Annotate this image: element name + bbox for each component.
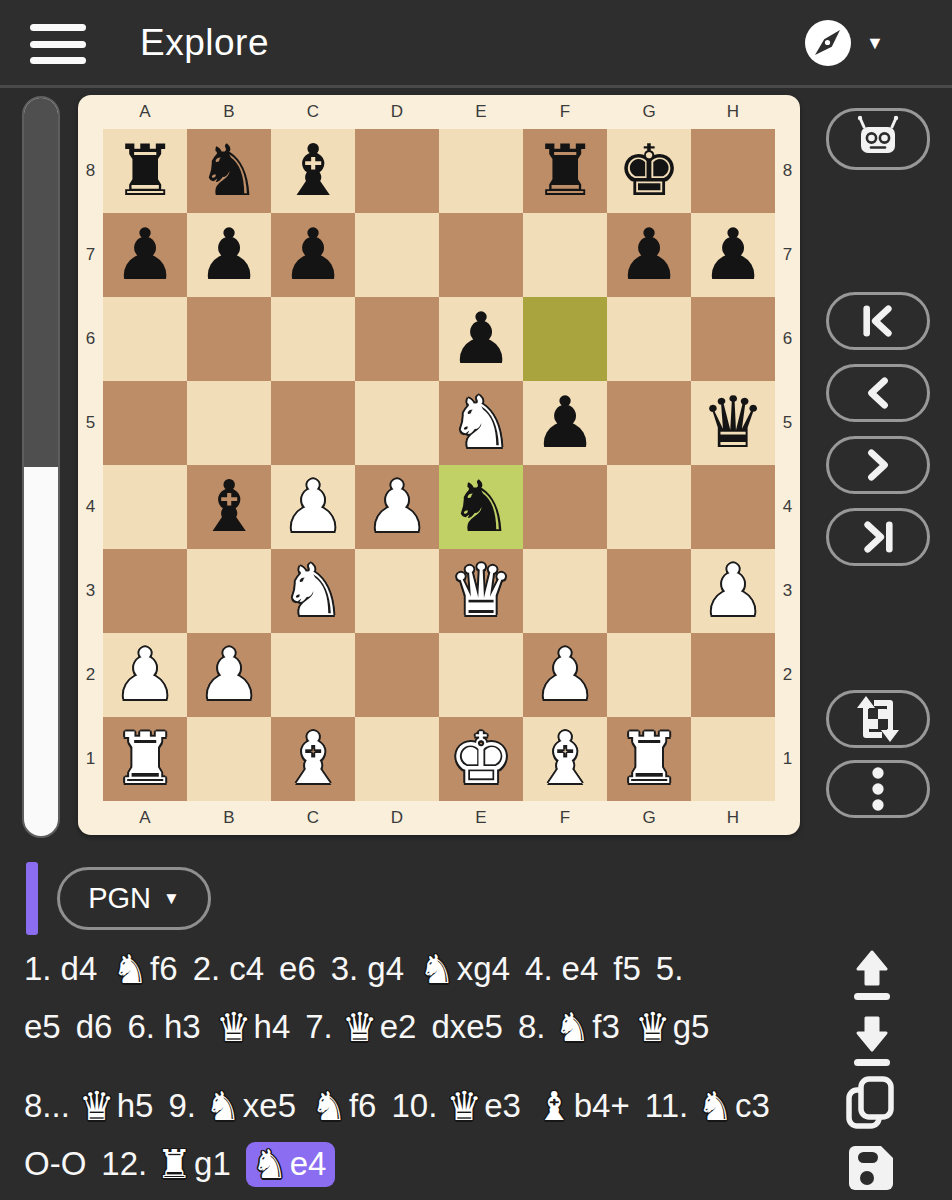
piece-white-pawn: ♟ (533, 633, 597, 717)
file-label-a: A (103, 95, 187, 129)
piece-figurine: ♞ (419, 946, 455, 992)
move-number: 8. (518, 1008, 546, 1045)
piece-white-pawn: ♟ (197, 633, 261, 717)
pgn-label: PGN (88, 882, 151, 915)
piece-black-rook: ♜ (113, 129, 177, 213)
square-h1[interactable] (691, 717, 775, 801)
rank-label-2: 2 (775, 633, 800, 717)
file-label-e: E (439, 801, 523, 835)
move-token[interactable]: e4 (562, 950, 599, 987)
pgn-dropdown-button[interactable]: PGN ▼ (57, 867, 211, 930)
square-f7[interactable] (523, 213, 607, 297)
flip-board-button[interactable] (826, 690, 930, 748)
square-h7[interactable]: ♟ (691, 213, 775, 297)
piece-black-pawn: ♟ (533, 381, 597, 465)
square-a7[interactable]: ♟ (103, 213, 187, 297)
square-e5[interactable]: ♞ (439, 381, 523, 465)
square-c8[interactable]: ♝ (271, 129, 355, 213)
square-f8[interactable]: ♜ (523, 129, 607, 213)
square-f1[interactable]: ♝ (523, 717, 607, 801)
piece-figurine: ♞ (697, 1083, 733, 1129)
square-d4[interactable]: ♟ (355, 465, 439, 549)
file-label-b: B (187, 801, 271, 835)
piece-white-knight: ♞ (449, 381, 513, 465)
file-label-b: B (187, 95, 271, 129)
piece-white-queen: ♛ (449, 549, 513, 633)
move-token[interactable]: d4 (61, 950, 98, 987)
move-number: 6. (127, 1008, 155, 1045)
rank-label-6: 6 (775, 297, 800, 381)
move-token[interactable]: ♝b4+ (536, 1087, 630, 1124)
rank-label-1: 1 (775, 717, 800, 801)
engine-bot-button[interactable] (826, 108, 930, 170)
square-b6[interactable] (187, 297, 271, 381)
move-token[interactable]: ♛e2 (342, 1008, 417, 1045)
hamburger-bar (30, 41, 86, 48)
file-label-h: H (691, 801, 775, 835)
skip-to-end-button[interactable] (826, 508, 930, 566)
rank-label-1: 1 (78, 717, 103, 801)
square-h6[interactable] (691, 297, 775, 381)
move-token[interactable]: ♞f6 (311, 1087, 376, 1124)
rank-label-3: 3 (775, 549, 800, 633)
square-c7[interactable]: ♟ (271, 213, 355, 297)
piece-white-pawn: ♟ (113, 633, 177, 717)
skip-to-start-button[interactable] (826, 292, 930, 350)
square-g8[interactable]: ♚ (607, 129, 691, 213)
move-token[interactable]: ♞f3 (554, 1008, 619, 1045)
chevron-right-icon (829, 436, 927, 494)
piece-figurine: ♛ (635, 1004, 671, 1050)
piece-black-pawn: ♟ (197, 213, 261, 297)
move-token[interactable]: d6 (76, 1008, 113, 1045)
pgn-line: 1.d4♞f62.c4e63.g4♞xg44.e4f55. (24, 940, 840, 998)
next-move-button[interactable] (826, 436, 930, 494)
square-a3[interactable] (103, 549, 187, 633)
piece-white-bishop: ♝ (533, 717, 597, 801)
piece-figurine: ♞ (252, 1141, 288, 1187)
accent-bar (26, 862, 38, 935)
square-d2[interactable] (355, 633, 439, 717)
square-b5[interactable] (187, 381, 271, 465)
move-token[interactable]: ♛e3 (446, 1087, 521, 1124)
flip-board-icon (852, 693, 904, 745)
piece-black-pawn: ♟ (113, 213, 177, 297)
menu-button[interactable] (30, 24, 86, 64)
save-icon[interactable] (845, 1142, 897, 1194)
file-label-g: G (607, 95, 691, 129)
move-token[interactable]: ♞xg4 (419, 950, 510, 987)
square-h8[interactable] (691, 129, 775, 213)
pgn-line: 8...♛h59.♞xe5♞f610.♛e3♝b4+11.♞c3 (24, 1077, 840, 1135)
square-b7[interactable]: ♟ (187, 213, 271, 297)
piece-black-queen: ♛ (701, 381, 765, 465)
square-e1[interactable]: ♚ (439, 717, 523, 801)
square-d8[interactable] (355, 129, 439, 213)
chess-board: ABCDEFGH8♜♞♝♜♚87♟♟♟♟♟76♟65♞♟♛54♝♟♟♞43♞♛♟… (78, 95, 800, 835)
move-number: 5. (656, 950, 684, 987)
square-a1[interactable]: ♜ (103, 717, 187, 801)
square-c3[interactable]: ♞ (271, 549, 355, 633)
square-f2[interactable]: ♟ (523, 633, 607, 717)
download-icon[interactable] (846, 1016, 898, 1070)
square-d1[interactable] (355, 717, 439, 801)
upload-icon[interactable] (846, 950, 898, 1004)
move-token[interactable]: c4 (229, 950, 264, 987)
file-label-h: H (691, 95, 775, 129)
square-a6[interactable] (103, 297, 187, 381)
move-number: 3. (331, 950, 359, 987)
move-token[interactable]: ♛g5 (635, 1008, 710, 1045)
move-number: 2. (193, 950, 221, 987)
rank-label-7: 7 (78, 213, 103, 297)
piece-black-rook: ♜ (533, 129, 597, 213)
rank-label-8: 8 (78, 129, 103, 213)
piece-black-knight: ♞ (449, 465, 513, 549)
piece-figurine: ♛ (342, 1004, 378, 1050)
move-token[interactable]: ♛h5 (79, 1087, 154, 1124)
file-label-c: C (271, 801, 355, 835)
current-move[interactable]: ♞e4 (246, 1142, 336, 1187)
move-token[interactable]: e6 (279, 950, 316, 987)
piece-white-pawn: ♟ (365, 465, 429, 549)
more-options-button[interactable] (826, 760, 930, 818)
square-e2[interactable] (439, 633, 523, 717)
piece-white-knight: ♞ (281, 549, 345, 633)
square-g2[interactable] (607, 633, 691, 717)
move-token[interactable]: ♞f6 (112, 950, 177, 987)
piece-black-bishop: ♝ (197, 465, 261, 549)
square-b1[interactable] (187, 717, 271, 801)
board-corner (78, 801, 103, 835)
move-token[interactable]: ♛h4 (216, 1008, 291, 1045)
board-corner (775, 95, 800, 129)
square-b4[interactable]: ♝ (187, 465, 271, 549)
piece-figurine: ♞ (205, 1083, 241, 1129)
file-label-f: F (523, 801, 607, 835)
move-token[interactable]: ♞c3 (697, 1087, 770, 1124)
piece-white-pawn: ♟ (701, 549, 765, 633)
piece-black-bishop: ♝ (281, 129, 345, 213)
square-h5[interactable]: ♛ (691, 381, 775, 465)
square-d5[interactable] (355, 381, 439, 465)
copy-icon[interactable] (843, 1074, 899, 1134)
eval-gauge (22, 96, 60, 838)
piece-white-rook: ♜ (113, 717, 177, 801)
square-c6[interactable] (271, 297, 355, 381)
piece-figurine: ♜ (156, 1141, 192, 1187)
piece-black-pawn: ♟ (701, 213, 765, 297)
chevron-down-icon: ▼ (163, 890, 180, 907)
rank-label-7: 7 (775, 213, 800, 297)
square-g3[interactable] (607, 549, 691, 633)
move-number: 1. (24, 950, 52, 987)
rank-label-2: 2 (78, 633, 103, 717)
skip-to-start-icon (829, 292, 927, 350)
file-label-g: G (607, 801, 691, 835)
board-corner (775, 801, 800, 835)
compass-icon (804, 19, 852, 67)
move-number: 10. (391, 1087, 437, 1124)
board-corner (78, 95, 103, 129)
square-b8[interactable]: ♞ (187, 129, 271, 213)
square-f6[interactable] (523, 297, 607, 381)
square-h4[interactable] (691, 465, 775, 549)
move-token[interactable]: ♞xe5 (205, 1087, 296, 1124)
square-d6[interactable] (355, 297, 439, 381)
rank-label-8: 8 (775, 129, 800, 213)
pgn-line: O-O12.♜g1♞e4 (24, 1135, 840, 1193)
piece-black-king: ♚ (617, 129, 681, 213)
square-c5[interactable] (271, 381, 355, 465)
piece-figurine: ♛ (79, 1083, 115, 1129)
rank-label-4: 4 (775, 465, 800, 549)
kebab-menu-icon (829, 760, 927, 818)
square-c2[interactable] (271, 633, 355, 717)
skip-to-end-icon (829, 508, 927, 566)
piece-figurine: ♛ (446, 1083, 482, 1129)
explore-screen: Explore ▼ ABCDEFGH8♜♞♝♜♚87♟♟♟♟♟76♟65♞♟♛5… (0, 0, 952, 1200)
pgn-paragraph-2: 8...♛h59.♞xe5♞f610.♛e3♝b4+11.♞c3O-O12.♜g… (24, 1077, 840, 1193)
move-number: 12. (101, 1145, 147, 1182)
square-d3[interactable] (355, 549, 439, 633)
move-number: 4. (525, 950, 553, 987)
move-token[interactable]: ♜g1 (156, 1145, 231, 1182)
move-list: 1.d4♞f62.c4e63.g4♞xg44.e4f55.e5d66.h3♛h4… (24, 940, 840, 1200)
square-b2[interactable]: ♟ (187, 633, 271, 717)
square-a2[interactable]: ♟ (103, 633, 187, 717)
piece-white-king: ♚ (449, 717, 513, 801)
piece-white-pawn: ♟ (281, 465, 345, 549)
piece-figurine: ♞ (311, 1083, 347, 1129)
square-e8[interactable] (439, 129, 523, 213)
move-token[interactable]: f5 (613, 950, 641, 987)
square-f3[interactable] (523, 549, 607, 633)
square-g7[interactable]: ♟ (607, 213, 691, 297)
pgn-line: e5d66.h3♛h47.♛e2dxe58.♞f3♛g5 (24, 998, 840, 1056)
move-number: 11. (645, 1087, 688, 1124)
piece-figurine: ♛ (216, 1004, 252, 1050)
piece-black-pawn: ♟ (617, 213, 681, 297)
square-a8[interactable]: ♜ (103, 129, 187, 213)
rank-label-6: 6 (78, 297, 103, 381)
move-number: 8... (24, 1087, 70, 1124)
square-f4[interactable] (523, 465, 607, 549)
file-label-e: E (439, 95, 523, 129)
previous-move-button[interactable] (826, 364, 930, 422)
piece-figurine: ♞ (112, 946, 148, 992)
file-label-f: F (523, 95, 607, 129)
square-c4[interactable]: ♟ (271, 465, 355, 549)
square-f5[interactable]: ♟ (523, 381, 607, 465)
pgn-paragraph-1: 1.d4♞f62.c4e63.g4♞xg44.e4f55.e5d66.h3♛h4… (24, 940, 840, 1056)
square-d7[interactable] (355, 213, 439, 297)
move-token[interactable]: e5 (24, 1008, 61, 1045)
chevron-down-icon: ▼ (866, 34, 884, 52)
square-e7[interactable] (439, 213, 523, 297)
chevron-left-icon (829, 364, 927, 422)
square-a4[interactable] (103, 465, 187, 549)
square-h3[interactable]: ♟ (691, 549, 775, 633)
board-grid: ABCDEFGH8♜♞♝♜♚87♟♟♟♟♟76♟65♞♟♛54♝♟♟♞43♞♛♟… (78, 95, 800, 835)
rank-label-5: 5 (78, 381, 103, 465)
move-token[interactable]: O-O (24, 1145, 86, 1182)
piece-white-rook: ♜ (617, 717, 681, 801)
square-c1[interactable]: ♝ (271, 717, 355, 801)
rank-label-3: 3 (78, 549, 103, 633)
move-number: 7. (305, 1008, 333, 1045)
piece-black-pawn: ♟ (281, 213, 345, 297)
square-g5[interactable] (607, 381, 691, 465)
page-title: Explore (140, 0, 269, 85)
move-number: 9. (168, 1087, 196, 1124)
file-label-d: D (355, 95, 439, 129)
square-h2[interactable] (691, 633, 775, 717)
piece-figurine: ♞ (554, 1004, 590, 1050)
piece-white-bishop: ♝ (281, 717, 345, 801)
hamburger-bar (30, 57, 86, 64)
account-menu-button[interactable]: ▼ (804, 0, 884, 85)
square-g1[interactable]: ♜ (607, 717, 691, 801)
eval-gauge-black (24, 98, 58, 467)
hamburger-bar (30, 24, 86, 31)
file-label-c: C (271, 95, 355, 129)
robot-icon (850, 115, 906, 163)
top-bar: Explore ▼ (0, 0, 952, 88)
square-g6[interactable] (607, 297, 691, 381)
file-label-a: A (103, 801, 187, 835)
move-token[interactable]: h3 (164, 1008, 201, 1045)
square-e3[interactable]: ♛ (439, 549, 523, 633)
piece-black-knight: ♞ (197, 129, 261, 213)
piece-black-pawn: ♟ (449, 297, 513, 381)
square-b3[interactable] (187, 549, 271, 633)
square-e4[interactable]: ♞ (439, 465, 523, 549)
square-e6[interactable]: ♟ (439, 297, 523, 381)
move-token[interactable]: g4 (367, 950, 404, 987)
rank-label-5: 5 (775, 381, 800, 465)
square-g4[interactable] (607, 465, 691, 549)
square-a5[interactable] (103, 381, 187, 465)
rank-label-4: 4 (78, 465, 103, 549)
piece-figurine: ♝ (536, 1083, 572, 1129)
file-label-d: D (355, 801, 439, 835)
move-token[interactable]: dxe5 (431, 1008, 503, 1045)
